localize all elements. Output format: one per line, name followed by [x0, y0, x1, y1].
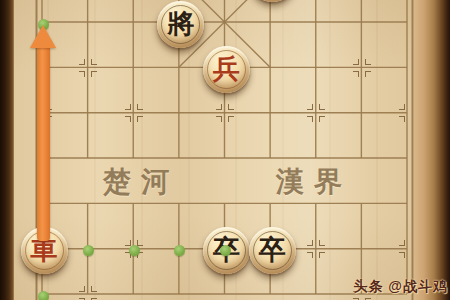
piece-black-general[interactable]: 將: [157, 1, 204, 48]
move-dot[interactable]: [129, 245, 140, 256]
move-dot[interactable]: [38, 291, 49, 300]
piece-glyph: 兵: [203, 46, 250, 93]
move-arrow-head: [30, 25, 56, 48]
board-frame-left: [0, 0, 14, 300]
xiangqi-app-screen: 楚河 漢界 將兵車卒卒 头条 @战斗鸡: [0, 0, 450, 300]
piece-glyph: 將: [157, 1, 204, 48]
piece-glyph: 卒: [249, 227, 296, 274]
river-label-han-jie: 漢界: [276, 163, 352, 201]
piece-glyph: [249, 0, 296, 2]
piece-offscreen-piece[interactable]: [249, 0, 296, 2]
watermark: 头条 @战斗鸡: [353, 278, 448, 296]
xiangqi-board[interactable]: 楚河 漢界 將兵車卒卒: [0, 0, 450, 300]
river-label-chu-he: 楚河: [103, 163, 179, 201]
move-arrow-shaft: [37, 46, 50, 241]
piece-red-soldier[interactable]: 兵: [203, 46, 250, 93]
piece-black-soldier-2[interactable]: 卒: [249, 227, 296, 274]
board-frame-right: [414, 0, 450, 300]
